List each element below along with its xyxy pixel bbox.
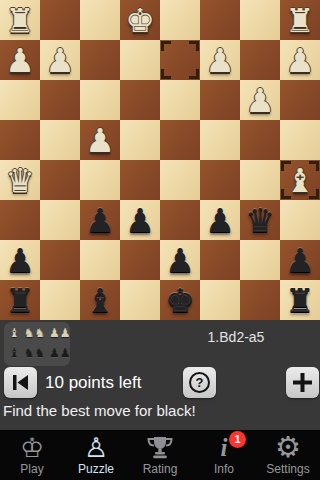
square-b6[interactable]: ♛ [240, 200, 280, 240]
last-move-label: 1.Bd2-a5 [160, 329, 312, 345]
white-pawn: ♟ [280, 40, 320, 80]
black-pawn: ♟ [120, 200, 160, 240]
black-pawn: ♟ [0, 240, 40, 280]
square-h3[interactable] [0, 80, 40, 120]
crown-icon: ♔ [20, 432, 44, 463]
square-d3[interactable] [160, 80, 200, 120]
tab-rating[interactable]: Rating [128, 430, 192, 480]
black-rook: ♜ [280, 280, 320, 320]
prompt-text: Find the best move for black! [3, 402, 196, 419]
tab-play[interactable]: ♔ Play [0, 430, 64, 480]
square-a8[interactable]: ♜ [280, 280, 320, 320]
square-b4[interactable] [240, 120, 280, 160]
white-queen: ♛ [0, 160, 40, 200]
tab-settings[interactable]: ⚙ Settings [256, 430, 320, 480]
square-c6[interactable]: ♟ [200, 200, 240, 240]
tab-rating-label: Rating [143, 463, 178, 475]
white-pawn: ♟ [240, 80, 280, 120]
square-d6[interactable] [160, 200, 200, 240]
white-bishop: ♝ [280, 160, 320, 200]
black-pawn: ♟ [200, 200, 240, 240]
square-c8[interactable] [200, 280, 240, 320]
square-e6[interactable]: ♟ [120, 200, 160, 240]
square-g6[interactable] [40, 200, 80, 240]
square-a5[interactable]: ♝ [280, 160, 320, 200]
black-pawn: ♟ [160, 240, 200, 280]
skip-back-icon [12, 375, 29, 390]
square-h2[interactable]: ♟ [0, 40, 40, 80]
square-d2[interactable] [160, 40, 200, 80]
square-a7[interactable]: ♟ [280, 240, 320, 280]
square-e1[interactable]: ♚ [120, 0, 160, 40]
square-h5[interactable]: ♛ [0, 160, 40, 200]
square-f1[interactable] [80, 0, 120, 40]
captured-white-pieces: ♝ ♞♞ ♟♟ [9, 323, 70, 343]
square-d7[interactable]: ♟ [160, 240, 200, 280]
tab-settings-label: Settings [266, 463, 309, 475]
square-h4[interactable] [0, 120, 40, 160]
square-g8[interactable] [40, 280, 80, 320]
square-c7[interactable] [200, 240, 240, 280]
pawn-icon: ♙ [84, 432, 108, 463]
square-h7[interactable]: ♟ [0, 240, 40, 280]
square-g5[interactable] [40, 160, 80, 200]
white-pawn: ♟ [40, 40, 80, 80]
tab-play-label: Play [20, 463, 43, 475]
square-e2[interactable] [120, 40, 160, 80]
notification-badge: 1 [229, 431, 246, 448]
square-g2[interactable]: ♟ [40, 40, 80, 80]
captured-black-pieces: ♝ ♞♞ ♟♟ [9, 343, 70, 363]
square-h8[interactable]: ♜ [0, 280, 40, 320]
new-puzzle-button[interactable] [286, 367, 319, 398]
square-g1[interactable] [40, 0, 80, 40]
info-icon: i [221, 432, 228, 463]
white-pawn: ♟ [0, 40, 40, 80]
square-e7[interactable] [120, 240, 160, 280]
black-rook: ♜ [0, 280, 40, 320]
gear-icon: ⚙ [275, 432, 301, 463]
square-c3[interactable] [200, 80, 240, 120]
square-a6[interactable] [280, 200, 320, 240]
square-e3[interactable] [120, 80, 160, 120]
black-pawn: ♟ [280, 240, 320, 280]
square-h1[interactable]: ♜ [0, 0, 40, 40]
tab-puzzle-label: Puzzle [78, 463, 114, 475]
square-f4[interactable]: ♟ [80, 120, 120, 160]
question-mark-icon: ? [189, 372, 210, 393]
square-a1[interactable]: ♜ [280, 0, 320, 40]
square-c2[interactable]: ♟ [200, 40, 240, 80]
tab-info[interactable]: i Info 1 [192, 430, 256, 480]
square-f6[interactable]: ♟ [80, 200, 120, 240]
square-h6[interactable] [0, 200, 40, 240]
tab-bar: ♔ Play ♙ Puzzle Rating i Info [0, 430, 320, 480]
square-b1[interactable] [240, 0, 280, 40]
white-king: ♚ [120, 0, 160, 40]
white-rook: ♜ [0, 0, 40, 40]
tab-info-label: Info [214, 463, 234, 475]
square-g3[interactable] [40, 80, 80, 120]
black-pawn: ♟ [80, 200, 120, 240]
square-b7[interactable] [240, 240, 280, 280]
plus-icon [293, 373, 312, 392]
chess-board[interactable]: ♜♚♜♟♟♟♟♟♟♛♝♟♟♟♛♟♟♟♜♝♚♜ [0, 0, 320, 320]
back-button[interactable] [4, 367, 37, 398]
white-pawn: ♟ [200, 40, 240, 80]
white-rook: ♜ [280, 0, 320, 40]
square-f5[interactable] [80, 160, 120, 200]
black-bishop: ♝ [80, 280, 120, 320]
square-g7[interactable] [40, 240, 80, 280]
square-d5[interactable] [160, 160, 200, 200]
move-highlight-corners [161, 41, 199, 79]
tab-puzzle[interactable]: ♙ Puzzle [64, 430, 128, 480]
square-a2[interactable]: ♟ [280, 40, 320, 80]
square-e8[interactable] [120, 280, 160, 320]
square-f3[interactable] [80, 80, 120, 120]
square-g4[interactable] [40, 120, 80, 160]
square-a4[interactable] [280, 120, 320, 160]
points-label: 10 points left [45, 367, 141, 398]
square-b2[interactable] [240, 40, 280, 80]
square-c4[interactable] [200, 120, 240, 160]
square-a3[interactable] [280, 80, 320, 120]
square-d1[interactable] [160, 0, 200, 40]
app-screen: ♜♚♜♟♟♟♟♟♟♛♝♟♟♟♛♟♟♟♜♝♚♜ ♝ ♞♞ ♟♟ ♝ ♞♞ ♟♟ 1… [0, 0, 320, 480]
square-f2[interactable] [80, 40, 120, 80]
captured-pieces-tray: ♝ ♞♞ ♟♟ ♝ ♞♞ ♟♟ [4, 322, 70, 366]
square-c5[interactable] [200, 160, 240, 200]
square-f8[interactable]: ♝ [80, 280, 120, 320]
square-e4[interactable] [120, 120, 160, 160]
black-king: ♚ [160, 280, 200, 320]
square-b3[interactable]: ♟ [240, 80, 280, 120]
square-d4[interactable] [160, 120, 200, 160]
square-b5[interactable] [240, 160, 280, 200]
square-c1[interactable] [200, 0, 240, 40]
square-b8[interactable] [240, 280, 280, 320]
white-pawn: ♟ [80, 120, 120, 160]
square-e5[interactable] [120, 160, 160, 200]
black-queen: ♛ [240, 200, 280, 240]
hint-button[interactable]: ? [183, 367, 216, 398]
info-panel: ♝ ♞♞ ♟♟ ♝ ♞♞ ♟♟ 1.Bd2-a5 10 points left … [0, 320, 320, 430]
trophy-icon [147, 432, 173, 463]
square-f7[interactable] [80, 240, 120, 280]
square-d8[interactable]: ♚ [160, 280, 200, 320]
